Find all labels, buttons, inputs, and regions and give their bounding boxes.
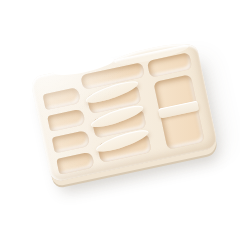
product-photo-scene (0, 0, 240, 240)
left-slot-1 (42, 87, 81, 110)
knife-slot-bridge (158, 101, 199, 119)
left-slot-4 (56, 152, 95, 175)
middle-scalloped-slot-3 (97, 133, 152, 162)
left-slot-2 (47, 109, 86, 132)
left-slot-3 (52, 130, 91, 153)
cutlery-tray (30, 42, 219, 182)
right-knife-slot (153, 74, 205, 149)
